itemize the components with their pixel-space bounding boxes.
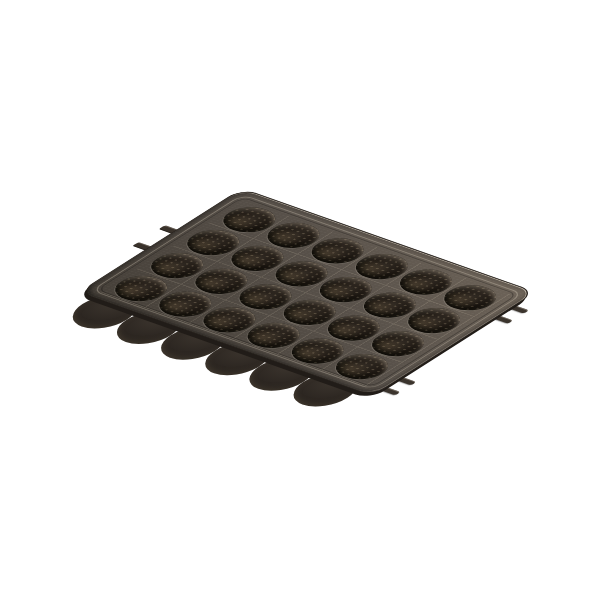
photo-canvas	[0, 0, 600, 600]
takoyaki-plate	[78, 188, 536, 396]
